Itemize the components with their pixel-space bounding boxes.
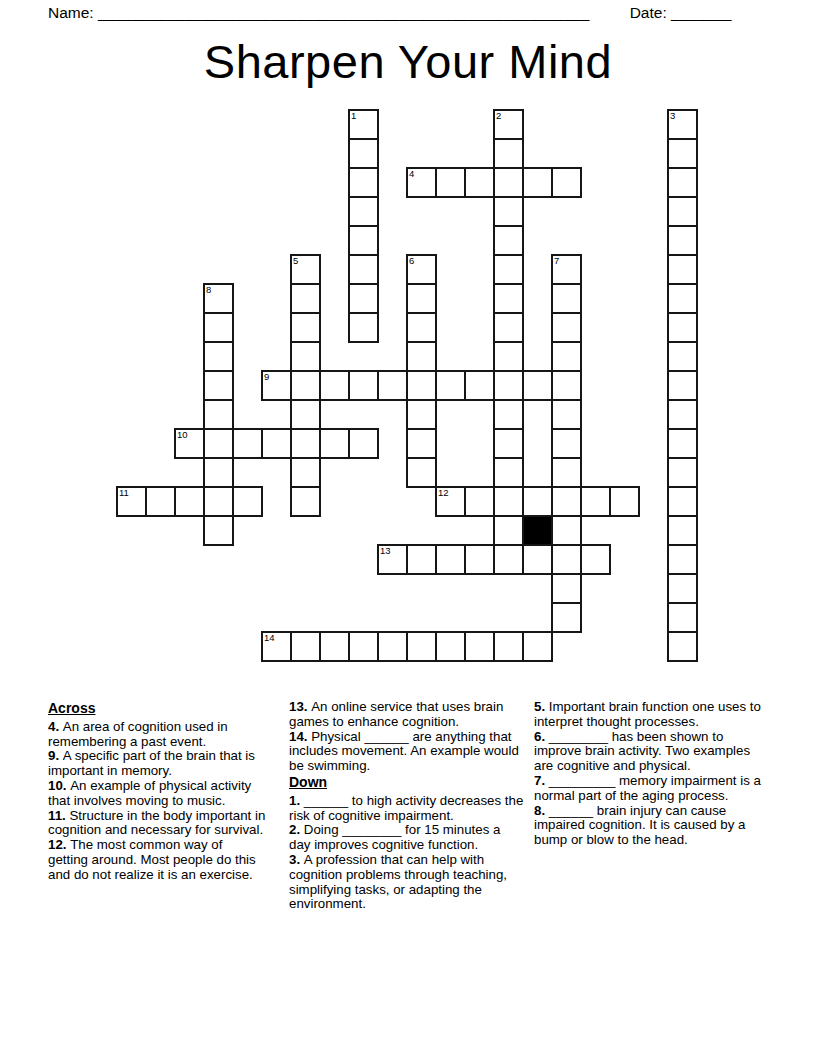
cell-number: 9 xyxy=(264,371,269,382)
clue-text: _________ memory impairment is a normal … xyxy=(534,773,761,803)
date-blank-line[interactable]: _______ xyxy=(671,4,731,21)
clue-number-label: 5. xyxy=(534,699,549,714)
clue-6: 6. ________ has been shown to improve br… xyxy=(534,730,762,774)
grid-cell[interactable] xyxy=(436,168,465,197)
clue-14: 14. Physical ______ are anything that in… xyxy=(289,730,525,774)
grid-cell[interactable] xyxy=(291,429,320,458)
grid-cell[interactable] xyxy=(494,342,523,371)
clue-text: An example of physical activity that inv… xyxy=(48,778,251,808)
grid-cell[interactable] xyxy=(407,458,436,487)
grid-cell[interactable] xyxy=(204,400,233,429)
clue-text: Physical ______ are anything that includ… xyxy=(289,729,519,774)
clue-9: 9. A specific part of the brain that is … xyxy=(48,749,266,779)
name-date-row: Name: __________________________________… xyxy=(48,4,768,22)
grid-cell[interactable]: 2 xyxy=(494,110,523,139)
clue-text: A specific part of the brain that is imp… xyxy=(48,748,255,778)
clue-number-label: 2. xyxy=(289,822,304,837)
crossword-grid: 1234567891011121314 xyxy=(117,110,697,661)
clue-text: Doing ________ for 15 minutes a day impr… xyxy=(289,822,500,852)
grid-cell[interactable] xyxy=(291,371,320,400)
clue-text: An area of cognition used in remembering… xyxy=(48,719,228,749)
grid-cell[interactable] xyxy=(668,226,697,255)
grid-cell[interactable] xyxy=(494,371,523,400)
grid-cell[interactable] xyxy=(668,139,697,168)
grid-cell[interactable] xyxy=(668,516,697,545)
grid-cell[interactable]: 1 xyxy=(349,110,378,139)
grid-cell[interactable] xyxy=(407,284,436,313)
grid-cell[interactable] xyxy=(378,632,407,661)
cell-number: 4 xyxy=(409,168,414,179)
grid-cell[interactable] xyxy=(552,284,581,313)
grid-cell[interactable]: 4 xyxy=(407,168,436,197)
grid-cell[interactable] xyxy=(436,632,465,661)
grid-cell[interactable] xyxy=(523,632,552,661)
grid-cell[interactable]: 9 xyxy=(262,371,291,400)
clue-text: ________ has been shown to improve brain… xyxy=(534,729,750,774)
grid-cell[interactable] xyxy=(465,168,494,197)
grid-cell[interactable] xyxy=(204,313,233,342)
cell-number: 2 xyxy=(496,110,501,121)
grid-cell[interactable] xyxy=(204,487,233,516)
clue-number-label: 7. xyxy=(534,773,549,788)
clue-column-2: 13. An online service that uses brain ga… xyxy=(289,700,525,912)
clues-down-header: Down xyxy=(289,775,525,790)
grid-cell[interactable] xyxy=(552,487,581,516)
grid-cell[interactable] xyxy=(668,458,697,487)
cell-number: 7 xyxy=(554,255,559,266)
grid-cell[interactable]: 14 xyxy=(262,632,291,661)
grid-cell[interactable] xyxy=(494,168,523,197)
grid-cell[interactable] xyxy=(552,516,581,545)
grid-cell[interactable] xyxy=(668,603,697,632)
cell-number: 14 xyxy=(264,632,275,643)
grid-cell[interactable] xyxy=(204,371,233,400)
grid-cell[interactable] xyxy=(552,603,581,632)
grid-cell[interactable] xyxy=(349,197,378,226)
grid-cell[interactable] xyxy=(465,632,494,661)
clue-number-label: 13. xyxy=(289,699,311,714)
grid-cell[interactable] xyxy=(407,400,436,429)
grid-cell[interactable] xyxy=(320,371,349,400)
grid-cell[interactable] xyxy=(204,429,233,458)
grid-cell[interactable] xyxy=(552,342,581,371)
grid-cell[interactable] xyxy=(523,168,552,197)
grid-cell[interactable] xyxy=(378,371,407,400)
grid-cell[interactable] xyxy=(291,632,320,661)
grid-cell[interactable] xyxy=(668,371,697,400)
grid-cell[interactable] xyxy=(233,429,262,458)
name-blank-line[interactable]: ________________________________________… xyxy=(98,4,589,21)
black-cell xyxy=(523,516,552,545)
grid-cell[interactable] xyxy=(668,313,697,342)
grid-cell[interactable] xyxy=(262,429,291,458)
grid-cell[interactable] xyxy=(349,371,378,400)
grid-cell[interactable] xyxy=(494,458,523,487)
grid-cell[interactable]: 11 xyxy=(117,487,146,516)
clue-2: 2. Doing ________ for 15 minutes a day i… xyxy=(289,823,525,853)
clue-number-label: 6. xyxy=(534,729,549,744)
grid-cell[interactable]: 3 xyxy=(668,110,697,139)
grid-cell[interactable] xyxy=(552,168,581,197)
clue-text: Important brain function one uses to int… xyxy=(534,699,761,729)
clue-number-label: 12. xyxy=(48,837,70,852)
grid-cell[interactable] xyxy=(204,516,233,545)
grid-cell[interactable] xyxy=(668,429,697,458)
cell-number: 11 xyxy=(119,487,129,498)
grid-cell[interactable] xyxy=(494,197,523,226)
clue-column-3: 5. Important brain function one uses to … xyxy=(534,700,762,848)
grid-cell[interactable] xyxy=(146,487,175,516)
puzzle-title: Sharpen Your Mind xyxy=(0,34,816,89)
grid-cell[interactable] xyxy=(523,545,552,574)
grid-cell[interactable] xyxy=(204,342,233,371)
grid-cell[interactable] xyxy=(668,284,697,313)
grid-cell[interactable] xyxy=(465,487,494,516)
grid-cell[interactable] xyxy=(407,313,436,342)
grid-cell[interactable]: 6 xyxy=(407,255,436,284)
grid-cell[interactable] xyxy=(436,545,465,574)
grid-cell[interactable] xyxy=(291,487,320,516)
clue-5: 5. Important brain function one uses to … xyxy=(534,700,762,730)
clue-number-label: 1. xyxy=(289,793,304,808)
grid-cell[interactable] xyxy=(407,632,436,661)
grid-cell[interactable] xyxy=(668,342,697,371)
grid-cell[interactable] xyxy=(349,632,378,661)
grid-cell[interactable] xyxy=(552,429,581,458)
grid-cell[interactable]: 10 xyxy=(175,429,204,458)
grid-cell[interactable] xyxy=(349,429,378,458)
grid-cell[interactable] xyxy=(610,487,639,516)
clue-1: 1. ______ to high activity decreases the… xyxy=(289,794,525,824)
clue-number-label: 14. xyxy=(289,729,311,744)
grid-cell[interactable] xyxy=(552,545,581,574)
clue-number-label: 9. xyxy=(48,748,63,763)
grid-cell[interactable] xyxy=(494,400,523,429)
grid-cell[interactable] xyxy=(494,516,523,545)
grid-cell[interactable] xyxy=(494,429,523,458)
clue-column-1: Across4. An area of cognition used in re… xyxy=(48,700,266,883)
grid-cell[interactable] xyxy=(552,400,581,429)
grid-cell[interactable] xyxy=(320,429,349,458)
cell-number: 5 xyxy=(293,255,298,266)
grid-cell[interactable] xyxy=(465,371,494,400)
grid-cell[interactable]: 5 xyxy=(291,255,320,284)
grid-cell[interactable]: 7 xyxy=(552,255,581,284)
grid-cell[interactable] xyxy=(523,371,552,400)
grid-cell[interactable] xyxy=(668,574,697,603)
clue-text: The most common way of getting around. M… xyxy=(48,837,256,882)
grid-cell[interactable] xyxy=(204,458,233,487)
grid-cell[interactable] xyxy=(291,313,320,342)
grid-cell[interactable] xyxy=(668,632,697,661)
grid-cell[interactable] xyxy=(668,255,697,284)
grid-cell[interactable] xyxy=(668,545,697,574)
cell-number: 1 xyxy=(351,110,356,121)
clue-8: 8. ______ brain injury can cause impaire… xyxy=(534,804,762,848)
grid-cell[interactable] xyxy=(465,545,494,574)
grid-cell[interactable] xyxy=(494,545,523,574)
grid-cell[interactable] xyxy=(233,487,262,516)
clue-text: A profession that can help with cognitio… xyxy=(289,852,507,911)
grid-cell[interactable] xyxy=(291,458,320,487)
date-label: Date: xyxy=(630,4,667,21)
cell-number: 12 xyxy=(438,487,449,498)
clue-7: 7. _________ memory impairment is a norm… xyxy=(534,774,762,804)
grid-cell[interactable]: 8 xyxy=(204,284,233,313)
grid-cell[interactable] xyxy=(494,139,523,168)
grid-cell[interactable] xyxy=(552,313,581,342)
grid-cell[interactable] xyxy=(494,632,523,661)
clue-10: 10. An example of physical activity that… xyxy=(48,779,266,809)
grid-cell[interactable] xyxy=(668,168,697,197)
clue-number-label: 11. xyxy=(48,808,69,823)
clue-text: Structure in the body important in cogni… xyxy=(48,808,265,838)
grid-cell[interactable] xyxy=(494,313,523,342)
grid-cell[interactable]: 13 xyxy=(378,545,407,574)
cell-number: 8 xyxy=(206,284,211,295)
grid-cell[interactable] xyxy=(349,139,378,168)
grid-cell[interactable] xyxy=(175,487,204,516)
grid-cell[interactable] xyxy=(494,226,523,255)
clues-across-header: Across xyxy=(48,701,266,716)
grid-cell[interactable] xyxy=(407,545,436,574)
clue-13: 13. An online service that uses brain ga… xyxy=(289,700,525,730)
grid-cell[interactable] xyxy=(320,632,349,661)
grid-cell[interactable] xyxy=(349,226,378,255)
clue-11: 11. Structure in the body important in c… xyxy=(48,809,266,839)
grid-cell[interactable] xyxy=(349,313,378,342)
clue-3: 3. A profession that can help with cogni… xyxy=(289,853,525,912)
clue-number-label: 3. xyxy=(289,852,304,867)
grid-cell[interactable]: 12 xyxy=(436,487,465,516)
clue-number-label: 8. xyxy=(534,803,549,818)
cell-number: 6 xyxy=(409,255,414,266)
grid-cell[interactable] xyxy=(291,400,320,429)
grid-cell[interactable] xyxy=(407,342,436,371)
grid-cell[interactable] xyxy=(407,429,436,458)
grid-cell[interactable] xyxy=(552,574,581,603)
cell-number: 13 xyxy=(380,545,391,556)
name-label: Name: xyxy=(48,4,94,21)
grid-cell[interactable] xyxy=(668,197,697,226)
grid-cell[interactable] xyxy=(291,284,320,313)
clue-12: 12. The most common way of getting aroun… xyxy=(48,838,266,882)
clue-text: ______ brain injury can cause impaired c… xyxy=(534,803,745,848)
grid-cell[interactable] xyxy=(581,487,610,516)
grid-cell[interactable] xyxy=(581,545,610,574)
grid-cell[interactable] xyxy=(668,487,697,516)
grid-cell[interactable] xyxy=(349,255,378,284)
grid-cell[interactable] xyxy=(494,487,523,516)
grid-cell[interactable] xyxy=(349,168,378,197)
grid-cell[interactable] xyxy=(436,371,465,400)
grid-cell[interactable] xyxy=(349,284,378,313)
grid-cell[interactable] xyxy=(291,342,320,371)
clue-4: 4. An area of cognition used in remember… xyxy=(48,720,266,750)
clue-text: ______ to high activity decreases the ri… xyxy=(289,793,523,823)
clue-text: An online service that uses brain games … xyxy=(289,699,503,729)
grid-cell[interactable] xyxy=(668,400,697,429)
grid-cell[interactable] xyxy=(552,371,581,400)
grid-cell[interactable] xyxy=(407,371,436,400)
grid-cell[interactable] xyxy=(494,255,523,284)
worksheet-page: Name: __________________________________… xyxy=(0,0,816,1056)
cell-number: 10 xyxy=(177,429,188,440)
grid-cell[interactable] xyxy=(494,284,523,313)
cell-number: 3 xyxy=(670,110,675,121)
clue-number-label: 10. xyxy=(48,778,70,793)
grid-cell[interactable] xyxy=(552,458,581,487)
grid-cell[interactable] xyxy=(523,487,552,516)
clue-number-label: 4. xyxy=(48,719,63,734)
